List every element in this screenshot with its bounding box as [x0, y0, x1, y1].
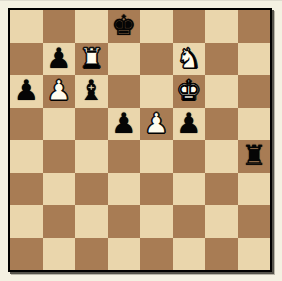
chess-board[interactable]: ♚♟♜♞♟♟♝♚♟♟♟♜	[10, 10, 270, 270]
white-pawn[interactable]: ♟	[144, 110, 169, 138]
square-c4[interactable]	[75, 140, 108, 173]
white-knight[interactable]: ♞	[176, 45, 201, 73]
black-rook[interactable]: ♜	[241, 142, 266, 170]
square-c6[interactable]: ♝	[75, 75, 108, 108]
square-d7[interactable]	[108, 43, 141, 76]
square-h6[interactable]	[238, 75, 271, 108]
square-g3[interactable]	[205, 173, 238, 206]
square-f7[interactable]: ♞	[173, 43, 206, 76]
square-b3[interactable]	[43, 173, 76, 206]
square-g4[interactable]	[205, 140, 238, 173]
black-pawn[interactable]: ♟	[46, 45, 71, 73]
white-rook[interactable]: ♜	[79, 45, 104, 73]
square-a5[interactable]	[10, 108, 43, 141]
square-f6[interactable]: ♚	[173, 75, 206, 108]
white-pawn[interactable]: ♟	[46, 77, 71, 105]
square-h8[interactable]	[238, 10, 271, 43]
square-h2[interactable]	[238, 205, 271, 238]
square-e5[interactable]: ♟	[140, 108, 173, 141]
square-d1[interactable]	[108, 238, 141, 271]
square-g2[interactable]	[205, 205, 238, 238]
square-c5[interactable]	[75, 108, 108, 141]
square-b6[interactable]: ♟	[43, 75, 76, 108]
square-h4[interactable]: ♜	[238, 140, 271, 173]
square-b5[interactable]	[43, 108, 76, 141]
square-d3[interactable]	[108, 173, 141, 206]
square-d4[interactable]	[108, 140, 141, 173]
square-e7[interactable]	[140, 43, 173, 76]
black-king[interactable]: ♚	[111, 12, 136, 40]
square-d2[interactable]	[108, 205, 141, 238]
square-c2[interactable]	[75, 205, 108, 238]
square-g6[interactable]	[205, 75, 238, 108]
square-b4[interactable]	[43, 140, 76, 173]
square-g1[interactable]	[205, 238, 238, 271]
square-h1[interactable]	[238, 238, 271, 271]
square-f1[interactable]	[173, 238, 206, 271]
black-bishop[interactable]: ♝	[79, 77, 104, 105]
square-h3[interactable]	[238, 173, 271, 206]
square-f4[interactable]	[173, 140, 206, 173]
square-f2[interactable]	[173, 205, 206, 238]
square-a3[interactable]	[10, 173, 43, 206]
square-e2[interactable]	[140, 205, 173, 238]
square-h7[interactable]	[238, 43, 271, 76]
square-a7[interactable]	[10, 43, 43, 76]
square-e6[interactable]	[140, 75, 173, 108]
square-a2[interactable]	[10, 205, 43, 238]
black-pawn[interactable]: ♟	[176, 110, 201, 138]
window-top-edge	[0, 0, 282, 4]
square-c7[interactable]: ♜	[75, 43, 108, 76]
square-c3[interactable]	[75, 173, 108, 206]
square-h5[interactable]	[238, 108, 271, 141]
square-b7[interactable]: ♟	[43, 43, 76, 76]
square-b8[interactable]	[43, 10, 76, 43]
square-c1[interactable]	[75, 238, 108, 271]
board-frame: ♚♟♜♞♟♟♝♚♟♟♟♜	[8, 8, 272, 272]
square-e8[interactable]	[140, 10, 173, 43]
square-d6[interactable]	[108, 75, 141, 108]
square-a1[interactable]	[10, 238, 43, 271]
square-b2[interactable]	[43, 205, 76, 238]
square-a8[interactable]	[10, 10, 43, 43]
square-g5[interactable]	[205, 108, 238, 141]
square-a4[interactable]	[10, 140, 43, 173]
square-b1[interactable]	[43, 238, 76, 271]
square-g8[interactable]	[205, 10, 238, 43]
square-e4[interactable]	[140, 140, 173, 173]
square-d5[interactable]: ♟	[108, 108, 141, 141]
square-f3[interactable]	[173, 173, 206, 206]
square-f8[interactable]	[173, 10, 206, 43]
white-king[interactable]: ♚	[176, 77, 201, 105]
square-e3[interactable]	[140, 173, 173, 206]
chess-app-window: ♚♟♜♞♟♟♝♚♟♟♟♜	[0, 0, 282, 281]
square-a6[interactable]: ♟	[10, 75, 43, 108]
square-e1[interactable]	[140, 238, 173, 271]
square-c8[interactable]	[75, 10, 108, 43]
square-g7[interactable]	[205, 43, 238, 76]
square-f5[interactable]: ♟	[173, 108, 206, 141]
black-pawn[interactable]: ♟	[14, 77, 39, 105]
black-pawn[interactable]: ♟	[111, 110, 136, 138]
square-d8[interactable]: ♚	[108, 10, 141, 43]
